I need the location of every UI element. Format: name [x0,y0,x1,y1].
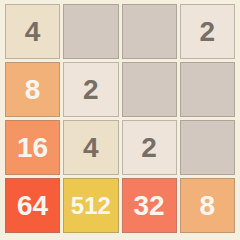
tile-16-r3c1: 16 [5,120,60,175]
game-board-2048[interactable]: 4282164264512328 [0,0,240,240]
tile-32-r4c3: 32 [122,178,177,233]
empty-cell-r1c2 [63,4,118,59]
empty-cell-r1c3 [122,4,177,59]
tile-64-r4c1: 64 [5,178,60,233]
empty-cell-r2c4 [180,62,235,117]
tile-2-r3c3: 2 [122,120,177,175]
tile-2-r1c4: 2 [180,4,235,59]
tile-8-r4c4: 8 [180,178,235,233]
tile-8-r2c1: 8 [5,62,60,117]
tile-4-r1c1: 4 [5,4,60,59]
tile-4-r3c2: 4 [63,120,118,175]
empty-cell-r3c4 [180,120,235,175]
empty-cell-r2c3 [122,62,177,117]
tile-512-r4c2: 512 [63,178,118,233]
tile-2-r2c2: 2 [63,62,118,117]
